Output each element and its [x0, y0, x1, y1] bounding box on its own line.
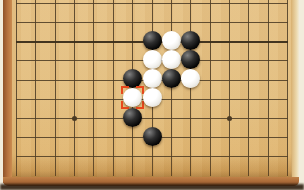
board-shadow	[0, 184, 304, 190]
surface-shading	[12, 0, 292, 178]
gomoku-board-scene	[0, 0, 304, 190]
